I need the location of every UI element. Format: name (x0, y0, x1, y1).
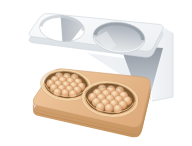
scene-3d-render (0, 0, 192, 146)
render-viewport[interactable] (0, 0, 192, 146)
seed-tray-board (33, 67, 150, 138)
